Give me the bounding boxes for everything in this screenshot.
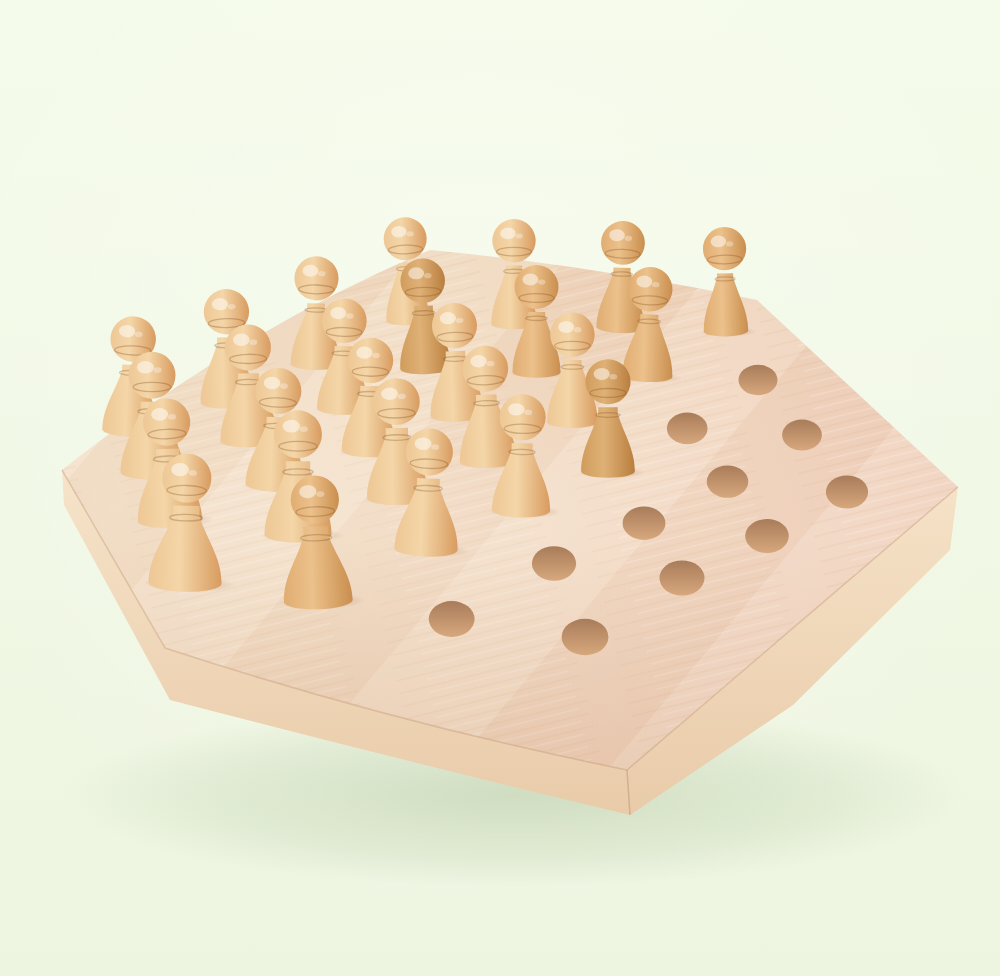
peg-head-highlight-2 bbox=[538, 279, 545, 284]
hole-empty[interactable] bbox=[707, 465, 749, 497]
hole-empty[interactable] bbox=[782, 419, 822, 450]
hole-empty[interactable] bbox=[667, 413, 708, 445]
peg-head-highlight bbox=[594, 368, 610, 380]
hole-empty[interactable] bbox=[623, 507, 666, 540]
hole-empty[interactable] bbox=[562, 619, 609, 655]
peg-head-highlight-2 bbox=[516, 233, 523, 238]
peg-head-highlight bbox=[558, 321, 574, 333]
peg-head-highlight-2 bbox=[154, 367, 162, 373]
peg-head-highlight-2 bbox=[300, 426, 308, 432]
peg-head-highlight-2 bbox=[574, 327, 582, 332]
hole-empty[interactable] bbox=[659, 560, 704, 595]
hole-empty[interactable] bbox=[429, 601, 475, 637]
peg-head-highlight bbox=[522, 274, 538, 286]
hole-empty[interactable] bbox=[745, 519, 789, 553]
peg-head-highlight bbox=[283, 420, 300, 433]
board-scene bbox=[0, 0, 1000, 976]
peg-head-highlight bbox=[137, 361, 154, 374]
hole-empty[interactable] bbox=[738, 365, 777, 395]
hole-empty[interactable] bbox=[532, 546, 576, 581]
peg-head-highlight bbox=[500, 228, 516, 240]
peg-head-highlight-2 bbox=[610, 374, 618, 379]
product-photo bbox=[0, 0, 1000, 976]
hole-empty[interactable] bbox=[826, 476, 868, 509]
